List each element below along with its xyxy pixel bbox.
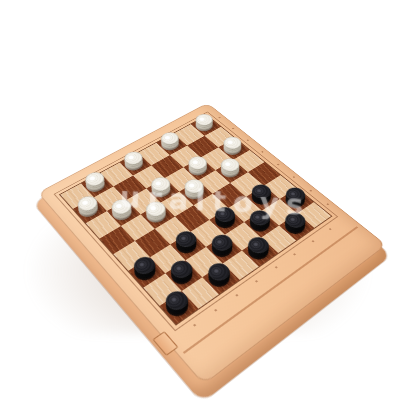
black-checker-c6: [172, 235, 200, 257]
right-margin-mark-2: [232, 128, 234, 130]
front-margin-mark-c: [235, 294, 238, 297]
black-checker-a6: [131, 260, 159, 284]
black-checker-b7: [167, 263, 196, 287]
black-checker-d7: [208, 238, 236, 260]
right-margin-mark-5: [277, 163, 280, 165]
black-checker-e6: [211, 211, 238, 232]
right-margin-mark-1: [218, 117, 220, 119]
right-margin-mark-7: [309, 189, 312, 191]
board-3d-scene: [0, 0, 400, 400]
front-margin-mark-f: [293, 253, 296, 255]
checkers-case: [38, 103, 387, 385]
front-margin-mark-e: [274, 266, 277, 268]
front-margin-mark-h: [329, 228, 332, 230]
front-margin-mark-b: [214, 309, 217, 312]
product-photo-scene: uraltoys: [0, 0, 400, 400]
right-margin-mark-8: [326, 203, 329, 205]
right-margin-mark-6: [293, 176, 296, 178]
right-margin-mark-3: [246, 139, 249, 141]
front-margin-mark-a: [193, 324, 196, 327]
right-margin-mark-4: [261, 151, 264, 153]
front-margin-mark-g: [311, 240, 314, 242]
front-margin-mark-d: [255, 280, 258, 283]
